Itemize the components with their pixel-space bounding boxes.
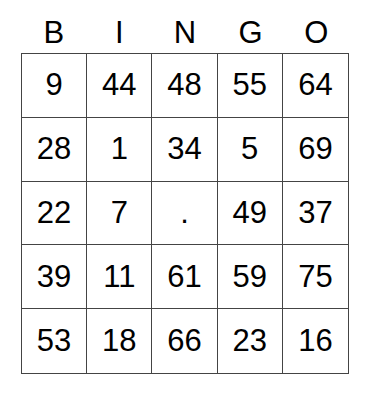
cell-r3c1[interactable]: 22 xyxy=(22,182,87,246)
cell-r2c3[interactable]: 34 xyxy=(152,118,217,182)
cell-r5c2[interactable]: 18 xyxy=(87,309,152,373)
bingo-header: B I N G O xyxy=(21,0,349,53)
cell-r4c1[interactable]: 39 xyxy=(22,245,87,309)
cell-r3c5[interactable]: 37 xyxy=(283,182,348,246)
cell-r1c5[interactable]: 64 xyxy=(283,54,348,118)
cell-r4c2[interactable]: 11 xyxy=(87,245,152,309)
cell-r4c4[interactable]: 59 xyxy=(218,245,283,309)
cell-r5c3[interactable]: 66 xyxy=(152,309,217,373)
header-letter-i: I xyxy=(115,17,124,48)
header-letter-n: N xyxy=(174,17,196,48)
cell-r1c2[interactable]: 44 xyxy=(87,54,152,118)
cell-r2c4[interactable]: 5 xyxy=(218,118,283,182)
cell-r4c5[interactable]: 75 xyxy=(283,245,348,309)
cell-r5c4[interactable]: 23 xyxy=(218,309,283,373)
cell-r2c1[interactable]: 28 xyxy=(22,118,87,182)
cell-r3c2[interactable]: 7 xyxy=(87,182,152,246)
cell-r5c5[interactable]: 16 xyxy=(283,309,348,373)
cell-r2c2[interactable]: 1 xyxy=(87,118,152,182)
cell-r4c3[interactable]: 61 xyxy=(152,245,217,309)
cell-r1c1[interactable]: 9 xyxy=(22,54,87,118)
header-letter-o: O xyxy=(304,17,328,48)
bingo-card: B I N G O 9 44 48 55 64 28 1 34 5 69 22 … xyxy=(21,0,349,374)
cell-r5c1[interactable]: 53 xyxy=(22,309,87,373)
cell-r1c4[interactable]: 55 xyxy=(218,54,283,118)
header-letter-b: B xyxy=(43,17,64,48)
bingo-card-page: B I N G O 9 44 48 55 64 28 1 34 5 69 22 … xyxy=(0,0,368,400)
cell-r2c5[interactable]: 69 xyxy=(283,118,348,182)
bingo-grid: 9 44 48 55 64 28 1 34 5 69 22 7 . 49 37 … xyxy=(21,53,349,374)
header-letter-g: G xyxy=(239,17,263,48)
cell-r3c4[interactable]: 49 xyxy=(218,182,283,246)
cell-r3c3-free-space[interactable]: . xyxy=(152,182,217,246)
cell-r1c3[interactable]: 48 xyxy=(152,54,217,118)
